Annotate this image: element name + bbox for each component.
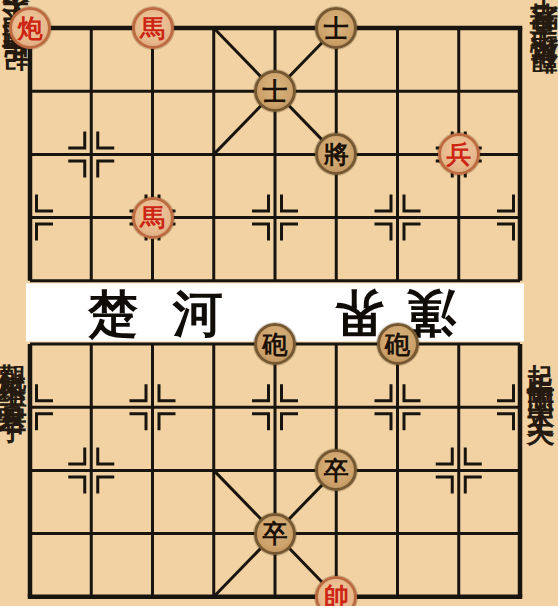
piece-glyph: 卒: [324, 458, 349, 483]
calligraphy-right-bottom: 起手無回大丈夫: [525, 341, 558, 404]
piece-red-soldier-h3[interactable]: 兵: [438, 133, 480, 175]
piece-glyph: 卒: [263, 521, 288, 546]
piece-black-cannon-g6[interactable]: 砲: [377, 323, 419, 365]
calligraphy-left-bottom: 觀棋不語真君子: [0, 341, 31, 404]
piece-glyph: 將: [324, 142, 349, 167]
piece-black-soldier-e9[interactable]: 卒: [254, 513, 296, 555]
piece-glyph: 士: [324, 16, 349, 41]
piece-black-cannon-e6[interactable]: 砲: [254, 323, 296, 365]
piece-black-advisor-f1[interactable]: 士: [315, 7, 357, 49]
river-label-chu-he: 楚河: [88, 284, 258, 343]
piece-black-advisor-e2[interactable]: 士: [254, 70, 296, 112]
piece-red-cannon-a1[interactable]: 炮: [9, 7, 51, 49]
piece-glyph: 士: [263, 79, 288, 104]
piece-glyph: 砲: [263, 332, 288, 357]
piece-red-horse-c1[interactable]: 馬: [132, 7, 174, 49]
piece-glyph: 兵: [446, 142, 471, 167]
calligraphy-right-top: 觀棋不語真君子: [525, 34, 558, 97]
piece-glyph: 帥: [324, 584, 349, 606]
xiangqi-board: 楚河 漢界 起手無回大丈夫 觀棋不語真君子 觀棋不語真君子 起手無回大丈夫 炮馬…: [0, 0, 558, 606]
piece-glyph: 砲: [385, 332, 410, 357]
piece-glyph: 馬: [140, 205, 165, 230]
piece-glyph: 馬: [140, 16, 165, 41]
piece-red-horse-c4[interactable]: 馬: [132, 197, 174, 239]
piece-glyph: 炮: [18, 16, 43, 41]
